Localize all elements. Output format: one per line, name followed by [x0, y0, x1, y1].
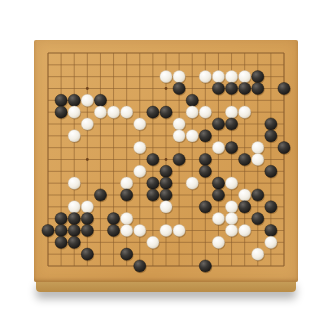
black-stone[interactable]: [81, 213, 93, 225]
black-stone[interactable]: [55, 94, 67, 106]
white-stone[interactable]: [225, 224, 237, 236]
black-stone[interactable]: [147, 177, 159, 189]
black-stone[interactable]: [121, 248, 133, 260]
black-stone[interactable]: [212, 82, 224, 94]
white-stone[interactable]: [160, 201, 172, 213]
white-stone[interactable]: [199, 71, 211, 83]
white-stone[interactable]: [239, 106, 251, 118]
white-stone[interactable]: [134, 142, 146, 154]
black-stone[interactable]: [68, 236, 80, 248]
white-stone[interactable]: [68, 130, 80, 142]
white-stone[interactable]: [186, 177, 198, 189]
white-stone[interactable]: [239, 224, 251, 236]
white-stone[interactable]: [147, 236, 159, 248]
black-stone[interactable]: [147, 189, 159, 201]
star-point: [86, 158, 89, 161]
black-stone[interactable]: [55, 106, 67, 118]
black-stone[interactable]: [160, 177, 172, 189]
white-stone[interactable]: [252, 142, 264, 154]
black-stone[interactable]: [278, 142, 290, 154]
white-stone[interactable]: [212, 71, 224, 83]
black-stone[interactable]: [147, 153, 159, 165]
white-stone[interactable]: [160, 71, 172, 83]
star-point: [165, 158, 168, 161]
black-stone[interactable]: [278, 82, 290, 94]
black-stone[interactable]: [199, 130, 211, 142]
white-stone[interactable]: [68, 106, 80, 118]
black-stone[interactable]: [212, 189, 224, 201]
white-stone[interactable]: [121, 177, 133, 189]
white-stone[interactable]: [239, 71, 251, 83]
white-stone[interactable]: [212, 236, 224, 248]
black-stone[interactable]: [68, 224, 80, 236]
black-stone[interactable]: [225, 118, 237, 130]
black-stone[interactable]: [199, 165, 211, 177]
black-stone[interactable]: [265, 130, 277, 142]
black-stone[interactable]: [55, 236, 67, 248]
white-stone[interactable]: [186, 106, 198, 118]
white-stone[interactable]: [225, 177, 237, 189]
black-stone[interactable]: [252, 213, 264, 225]
black-stone[interactable]: [147, 106, 159, 118]
black-stone[interactable]: [173, 153, 185, 165]
black-stone[interactable]: [55, 224, 67, 236]
white-stone[interactable]: [225, 201, 237, 213]
black-stone[interactable]: [239, 82, 251, 94]
black-stone[interactable]: [265, 118, 277, 130]
white-stone[interactable]: [173, 118, 185, 130]
white-stone[interactable]: [94, 106, 106, 118]
black-stone[interactable]: [134, 260, 146, 272]
black-stone[interactable]: [94, 189, 106, 201]
black-stone[interactable]: [252, 189, 264, 201]
white-stone[interactable]: [252, 248, 264, 260]
white-stone[interactable]: [81, 94, 93, 106]
board-grid-and-stones: [34, 40, 298, 282]
white-stone[interactable]: [225, 71, 237, 83]
white-stone[interactable]: [225, 106, 237, 118]
white-stone[interactable]: [134, 165, 146, 177]
black-stone[interactable]: [94, 94, 106, 106]
white-stone[interactable]: [68, 177, 80, 189]
black-stone[interactable]: [55, 213, 67, 225]
black-stone[interactable]: [68, 213, 80, 225]
white-stone[interactable]: [173, 130, 185, 142]
white-stone[interactable]: [134, 224, 146, 236]
white-stone[interactable]: [81, 201, 93, 213]
black-stone[interactable]: [199, 260, 211, 272]
white-stone[interactable]: [81, 118, 93, 130]
black-stone[interactable]: [265, 224, 277, 236]
black-stone[interactable]: [107, 224, 119, 236]
stones-layer: [42, 71, 291, 274]
black-stone[interactable]: [265, 165, 277, 177]
white-stone[interactable]: [107, 106, 119, 118]
black-stone[interactable]: [225, 82, 237, 94]
black-stone[interactable]: [160, 106, 172, 118]
black-stone[interactable]: [212, 177, 224, 189]
white-stone[interactable]: [121, 224, 133, 236]
black-stone[interactable]: [199, 201, 211, 213]
star-point: [86, 87, 89, 90]
black-stone[interactable]: [252, 82, 264, 94]
black-stone[interactable]: [68, 94, 80, 106]
white-stone[interactable]: [212, 213, 224, 225]
white-stone[interactable]: [212, 142, 224, 154]
black-stone[interactable]: [81, 224, 93, 236]
white-stone[interactable]: [173, 224, 185, 236]
white-stone[interactable]: [173, 71, 185, 83]
black-stone[interactable]: [265, 201, 277, 213]
white-stone[interactable]: [160, 224, 172, 236]
go-board: [34, 40, 298, 295]
black-stone[interactable]: [121, 189, 133, 201]
black-stone[interactable]: [199, 153, 211, 165]
black-stone[interactable]: [160, 165, 172, 177]
white-stone[interactable]: [239, 189, 251, 201]
white-stone[interactable]: [252, 153, 264, 165]
black-stone[interactable]: [225, 142, 237, 154]
white-stone[interactable]: [68, 201, 80, 213]
black-stone[interactable]: [173, 82, 185, 94]
white-stone[interactable]: [199, 106, 211, 118]
black-stone[interactable]: [239, 153, 251, 165]
white-stone[interactable]: [186, 130, 198, 142]
white-stone[interactable]: [121, 106, 133, 118]
black-stone[interactable]: [212, 118, 224, 130]
black-stone[interactable]: [81, 248, 93, 260]
photo-background: [0, 0, 330, 330]
black-stone[interactable]: [42, 224, 54, 236]
black-stone[interactable]: [186, 94, 198, 106]
white-stone[interactable]: [225, 213, 237, 225]
white-stone[interactable]: [265, 236, 277, 248]
black-stone[interactable]: [160, 189, 172, 201]
black-stone[interactable]: [252, 71, 264, 83]
black-stone[interactable]: [107, 213, 119, 225]
white-stone[interactable]: [134, 118, 146, 130]
black-stone[interactable]: [239, 201, 251, 213]
white-stone[interactable]: [121, 213, 133, 225]
star-point: [165, 87, 168, 90]
